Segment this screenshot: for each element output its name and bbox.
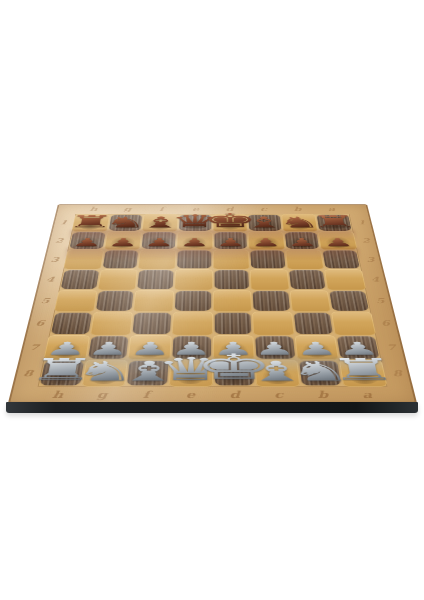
chess-board-scene: hgfedcba hgfedcba 12345678 12345678 ♜♞♝♛… [8,0,417,403]
piece-silver-knight-g1[interactable]: ♞ [297,360,344,387]
square-h5[interactable] [324,269,366,290]
file-label: c [256,387,302,403]
square-d6[interactable] [177,251,211,269]
square-c5[interactable] [137,270,173,289]
knight-glyph: ♞ [252,359,390,384]
square-h6[interactable] [323,251,360,269]
chess-board: hgfedcba hgfedcba 12345678 12345678 ♜♞♝♛… [8,204,417,403]
rook-glyph: ♜ [35,214,147,229]
square-c6[interactable] [138,250,176,269]
square-e5[interactable] [214,270,249,289]
square-b4[interactable] [96,291,134,311]
pawn-glyph: ♟ [281,237,395,247]
square-g4[interactable] [289,290,331,312]
square-f4[interactable] [253,291,290,311]
file-label: a [344,387,391,403]
file-label: e [168,387,213,403]
file-label: g [79,387,125,403]
square-a6[interactable] [63,250,103,269]
product-photo: { "game": "chess", "position": { "fen": … [0,0,424,600]
file-label: d [213,387,258,403]
file-labels-bottom: hgfedcba [34,387,391,403]
square-h4[interactable] [330,291,369,311]
square-g5[interactable] [289,270,326,289]
square-a4[interactable] [54,290,97,312]
square-b5[interactable] [97,269,138,290]
piece-copper-pawn-h7[interactable]: ♟ [318,231,357,249]
file-label: h [34,387,81,403]
square-a5[interactable] [61,270,99,289]
square-c4[interactable] [133,290,174,312]
piece-copper-rook-a8[interactable]: ♜ [72,214,110,231]
square-c3[interactable] [133,313,171,334]
board-edge-rim [6,402,418,413]
piece-copper-king-e8[interactable]: ♚ [213,214,248,231]
square-b6[interactable] [102,251,138,269]
square-b3[interactable] [90,312,133,335]
square-a3[interactable] [51,313,92,334]
square-f5[interactable] [250,269,290,290]
square-f3[interactable] [252,312,294,335]
file-label: f [123,387,169,403]
square-f6[interactable] [250,251,285,269]
square-g3[interactable] [294,313,334,334]
file-label: b [300,387,346,403]
square-d3[interactable] [172,312,213,335]
piece-copper-rook-h8[interactable]: ♜ [315,214,353,231]
rank-label: 3 [357,250,383,269]
square-e4[interactable] [213,290,253,312]
square-h3[interactable] [331,312,376,335]
king-glyph: ♚ [175,212,285,230]
rook-glyph: ♜ [279,214,391,229]
square-g6[interactable] [285,250,324,269]
piece-silver-queen-d1[interactable]: ♛ [169,360,213,387]
square-d4[interactable] [175,291,211,311]
square-e3[interactable] [214,313,251,334]
square-e6[interactable] [213,250,250,269]
square-d5[interactable] [174,269,212,290]
queen-glyph: ♛ [122,355,259,384]
